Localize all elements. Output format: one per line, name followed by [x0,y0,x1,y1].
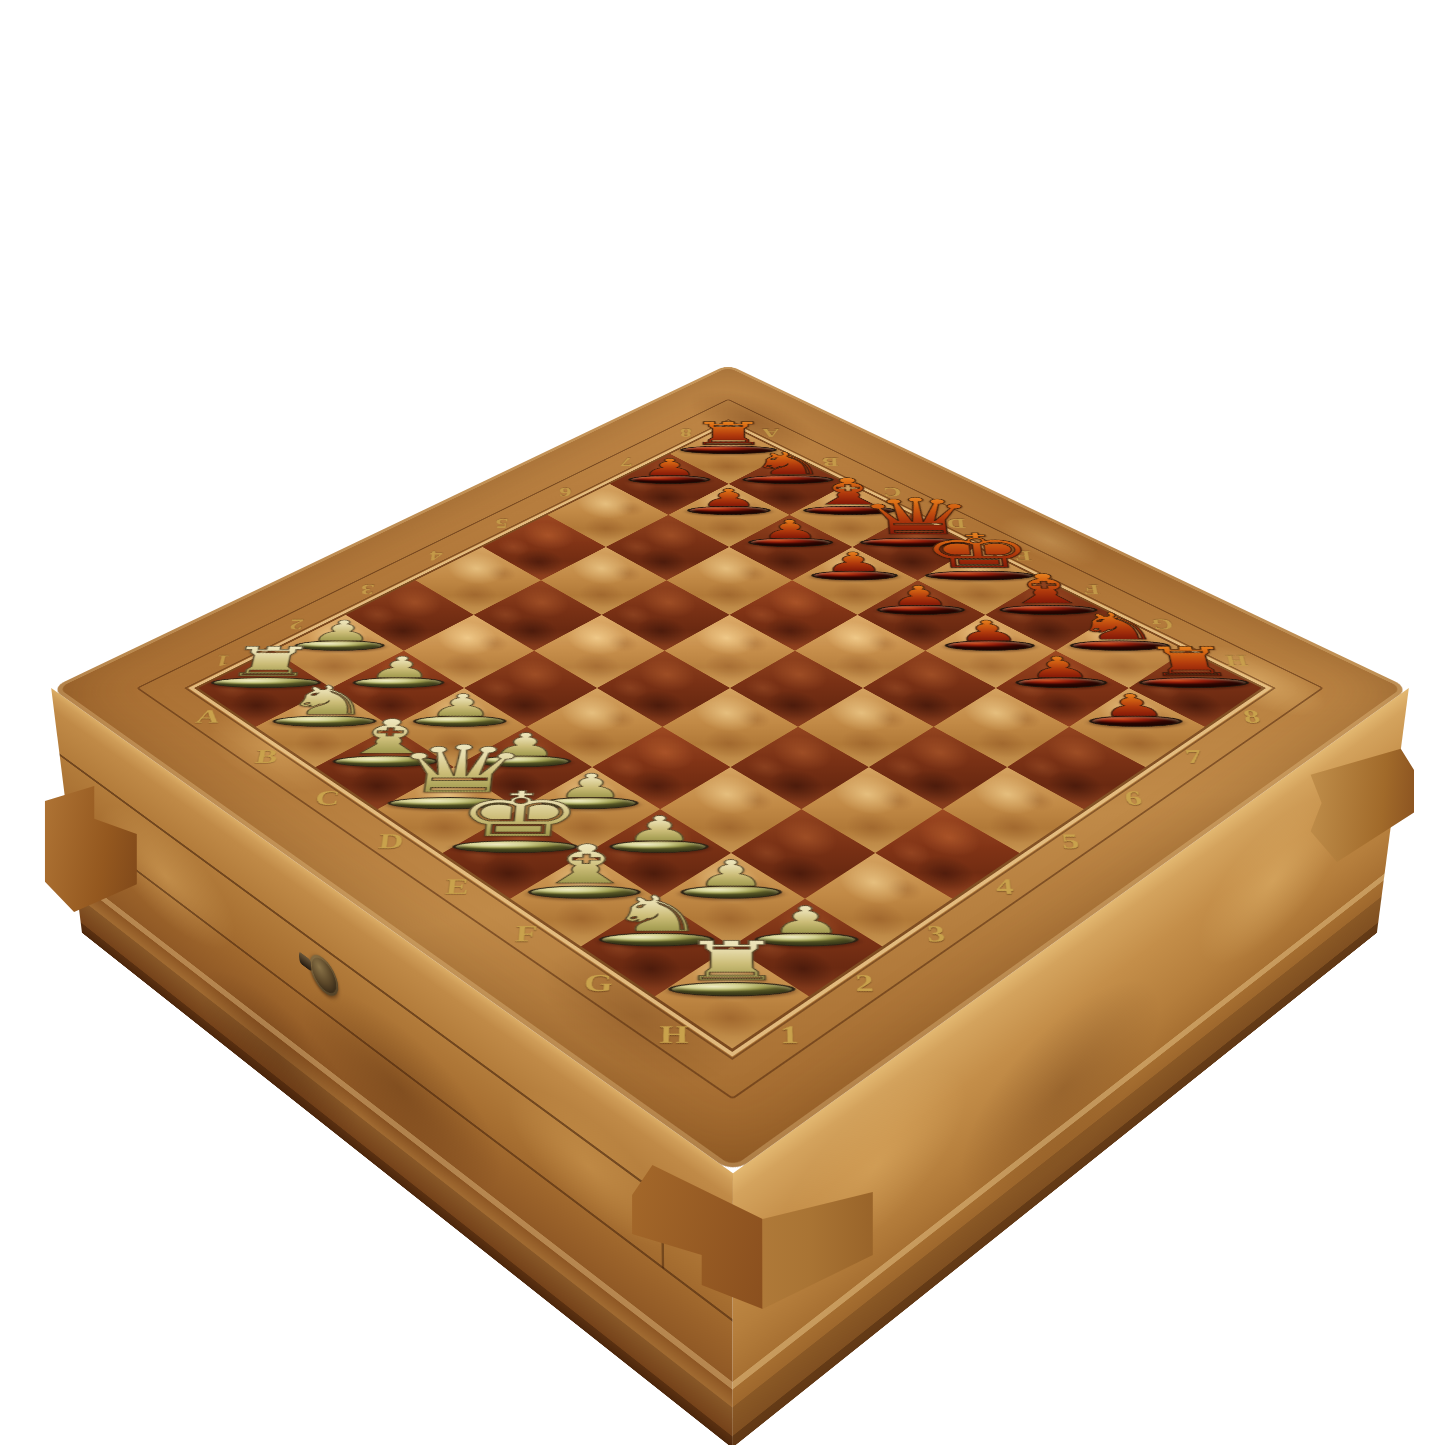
piece-glyph: ♟ [928,617,1047,645]
rank-label-6: 6 [1109,768,1159,828]
file-label-E: E [404,874,511,900]
rank-label-2: 2 [842,948,888,1019]
bracket-foot-left [36,786,148,912]
square-e4[interactable] [662,688,798,767]
piece-glyph: ♟ [998,653,1121,682]
square-f3[interactable] [660,767,801,853]
square-h2[interactable] [732,899,883,997]
file-label-B: B [215,745,317,768]
drawer-knob[interactable] [308,947,339,1003]
square-g1[interactable] [581,899,732,997]
product-photo-canvas: ABCDEFGH ABCDEFGH 87654321 87654321 ♜♞♝♛… [0,0,1445,1445]
square-h3[interactable] [805,853,952,946]
chess-casket: ABCDEFGH ABCDEFGH 87654321 87654321 ♜♞♝♛… [51,364,1409,1173]
square-h5[interactable] [943,767,1084,853]
square-g5[interactable] [869,727,1007,809]
square-h4[interactable] [875,809,1019,899]
file-label-F: F [472,920,580,947]
square-g2[interactable] [658,853,805,946]
foot-face [36,786,148,912]
foot-face [1304,744,1414,862]
square-f4[interactable] [730,727,868,809]
rank-label-8: 8 [1226,689,1278,744]
piece-glyph: ♟ [616,456,722,480]
bracket-foot-right [1304,744,1414,862]
square-f1[interactable] [510,853,657,946]
square-h6[interactable] [1007,727,1145,809]
square-g4[interactable] [801,767,942,853]
rank-label-3: 3 [913,900,960,968]
rank-label-4: 4 [981,854,1029,919]
square-f2[interactable] [587,809,731,899]
square-g3[interactable] [731,809,875,899]
rank-label-7: 7 [1169,728,1220,786]
square-e1[interactable] [443,809,587,899]
rank-label-5: 5 [1046,810,1095,873]
file-label-H: H [618,1020,729,1049]
square-f5[interactable] [798,688,934,767]
square-h1[interactable] [655,946,809,1048]
rank-label-1: 1 [768,998,813,1073]
file-label-G: G [543,969,653,997]
bracket-foot-front [606,1162,896,1312]
file-label-C: C [275,786,379,810]
file-label-D: D [338,829,443,854]
